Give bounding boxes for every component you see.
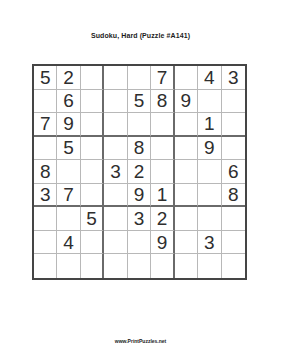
cell-r6c8 <box>198 184 221 208</box>
cell-r7c3: 5 <box>81 207 104 231</box>
cell-r1c8: 4 <box>198 66 221 90</box>
cell-r5c2 <box>57 160 80 184</box>
cell-r9c1 <box>34 254 57 278</box>
cell-r5c7 <box>175 160 198 184</box>
cell-r1c6: 7 <box>151 66 174 90</box>
cell-r3c5 <box>128 113 151 137</box>
cell-r9c9 <box>222 254 245 278</box>
cell-r3c9 <box>222 113 245 137</box>
cell-r1c5 <box>128 66 151 90</box>
cell-r2c1 <box>34 90 57 114</box>
cell-r4c8: 9 <box>198 137 221 161</box>
cell-r7c6: 2 <box>151 207 174 231</box>
cell-r6c9: 8 <box>222 184 245 208</box>
cell-r8c1 <box>34 231 57 255</box>
cell-r5c3 <box>81 160 104 184</box>
cell-r8c8: 3 <box>198 231 221 255</box>
cell-r5c1: 8 <box>34 160 57 184</box>
cell-r8c3 <box>81 231 104 255</box>
cell-r2c6: 8 <box>151 90 174 114</box>
cell-r3c4 <box>104 113 127 137</box>
cell-r3c6 <box>151 113 174 137</box>
cell-r8c2: 4 <box>57 231 80 255</box>
cell-r2c4 <box>104 90 127 114</box>
cell-r7c7 <box>175 207 198 231</box>
cell-r3c1: 7 <box>34 113 57 137</box>
cell-r7c5: 3 <box>128 207 151 231</box>
cell-r2c5: 5 <box>128 90 151 114</box>
cell-r1c2: 2 <box>57 66 80 90</box>
cell-r3c3 <box>81 113 104 137</box>
cell-r7c8 <box>198 207 221 231</box>
cell-r8c9 <box>222 231 245 255</box>
cell-r7c4 <box>104 207 127 231</box>
cell-r4c9 <box>222 137 245 161</box>
cell-r4c7 <box>175 137 198 161</box>
cell-r9c6 <box>151 254 174 278</box>
cell-r5c6 <box>151 160 174 184</box>
cell-r5c9: 6 <box>222 160 245 184</box>
cell-r8c7 <box>175 231 198 255</box>
cell-r2c7: 9 <box>175 90 198 114</box>
cell-r7c9 <box>222 207 245 231</box>
cell-r5c4: 3 <box>104 160 127 184</box>
cell-r6c6: 1 <box>151 184 174 208</box>
cell-r9c2 <box>57 254 80 278</box>
cell-r1c3 <box>81 66 104 90</box>
cell-r4c5: 8 <box>128 137 151 161</box>
cell-r4c2: 5 <box>57 137 80 161</box>
cell-r1c7 <box>175 66 198 90</box>
puzzle-page: Sudoku, Hard (Puzzle #A141) 527436589791… <box>0 0 281 363</box>
cell-r1c9: 3 <box>222 66 245 90</box>
cell-r9c7 <box>175 254 198 278</box>
cell-r6c7 <box>175 184 198 208</box>
cell-r6c3 <box>81 184 104 208</box>
cell-r6c1: 3 <box>34 184 57 208</box>
cell-r3c7 <box>175 113 198 137</box>
cell-r6c2: 7 <box>57 184 80 208</box>
cell-r1c1: 5 <box>34 66 57 90</box>
cell-r4c3 <box>81 137 104 161</box>
cell-r1c4 <box>104 66 127 90</box>
cell-r9c8 <box>198 254 221 278</box>
cell-r4c1 <box>34 137 57 161</box>
page-title: Sudoku, Hard (Puzzle #A141) <box>0 32 281 39</box>
cell-r3c2: 9 <box>57 113 80 137</box>
cell-r9c4 <box>104 254 127 278</box>
cell-r6c5: 9 <box>128 184 151 208</box>
cell-r2c8 <box>198 90 221 114</box>
cell-r2c2: 6 <box>57 90 80 114</box>
cell-r8c4 <box>104 231 127 255</box>
cell-r9c3 <box>81 254 104 278</box>
sudoku-grid: 527436589791589832637918532493 <box>32 64 247 280</box>
cell-r5c5: 2 <box>128 160 151 184</box>
cell-r3c8: 1 <box>198 113 221 137</box>
cell-r4c6 <box>151 137 174 161</box>
site-url: www.PrintPuzzles.net <box>0 338 281 344</box>
cell-r8c5 <box>128 231 151 255</box>
cell-r2c3 <box>81 90 104 114</box>
cell-r2c9 <box>222 90 245 114</box>
cell-r5c8 <box>198 160 221 184</box>
cell-r7c2 <box>57 207 80 231</box>
cell-r9c5 <box>128 254 151 278</box>
cell-r8c6: 9 <box>151 231 174 255</box>
cell-r4c4 <box>104 137 127 161</box>
cell-r7c1 <box>34 207 57 231</box>
cell-r6c4 <box>104 184 127 208</box>
